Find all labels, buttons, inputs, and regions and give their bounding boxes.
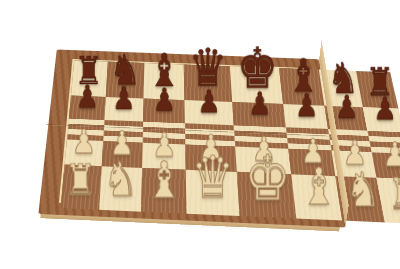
piece-white-knight[interactable]: ♞ [103,156,138,203]
chess-board: ♜♞♝♛♚♝♞♜♟♟♟♟♟♟♟♟♟♟♟♟♟♟♟♟♜♞♝♛♚♝♞♜ [38,49,345,227]
square-f7[interactable]: ♟ [283,104,328,129]
square-h7[interactable]: ♟ [363,107,400,132]
square-b1[interactable]: ♞ [99,166,142,212]
square-c1[interactable]: ♝ [142,168,188,214]
piece-white-rook[interactable]: ♜ [65,158,96,201]
piece-black-pawn[interactable]: ♟ [336,91,359,123]
square-e1[interactable]: ♚ [237,172,297,219]
piece-black-pawn[interactable]: ♟ [248,88,271,120]
piece-black-pawn[interactable]: ♟ [153,84,176,116]
square-e7[interactable]: ♟ [232,102,286,127]
piece-white-rook[interactable]: ♜ [388,172,400,215]
square-c7[interactable]: ♟ [143,98,185,123]
piece-white-queen[interactable]: ♛ [192,149,235,207]
piece-white-bishop[interactable]: ♝ [146,155,183,205]
piece-white-pawn[interactable]: ♟ [383,138,400,171]
square-d1[interactable]: ♛ [186,170,239,216]
board-squares: ♜♞♝♛♚♝♞♜♟♟♟♟♟♟♟♟♟♟♟♟♟♟♟♟♜♞♝♛♚♝♞♜ [61,60,321,213]
square-a1[interactable]: ♜ [61,165,102,210]
piece-white-knight[interactable]: ♞ [346,166,381,214]
piece-white-king[interactable]: ♚ [245,147,291,209]
piece-black-pawn[interactable]: ♟ [198,86,221,118]
piece-black-pawn[interactable]: ♟ [295,90,318,122]
piece-white-bishop[interactable]: ♝ [300,161,337,212]
square-f1[interactable]: ♝ [291,174,342,220]
piece-white-pawn[interactable]: ♟ [71,125,95,158]
photo-canvas: ♜♞♝♛♚♝♞♜♟♟♟♟♟♟♟♟♟♟♟♟♟♟♟♟♜♞♝♛♚♝♞♜ [0,0,400,269]
square-b7[interactable]: ♟ [104,97,144,122]
piece-black-pawn[interactable]: ♟ [112,82,135,114]
piece-black-pawn[interactable]: ♟ [75,81,98,113]
square-a7[interactable]: ♟ [69,96,106,120]
scene: ♜♞♝♛♚♝♞♜♟♟♟♟♟♟♟♟♟♟♟♟♟♟♟♟♜♞♝♛♚♝♞♜ [0,0,400,269]
piece-black-pawn[interactable]: ♟ [373,93,396,125]
square-d7[interactable]: ♟ [185,100,234,125]
clasp-knob [168,214,175,219]
